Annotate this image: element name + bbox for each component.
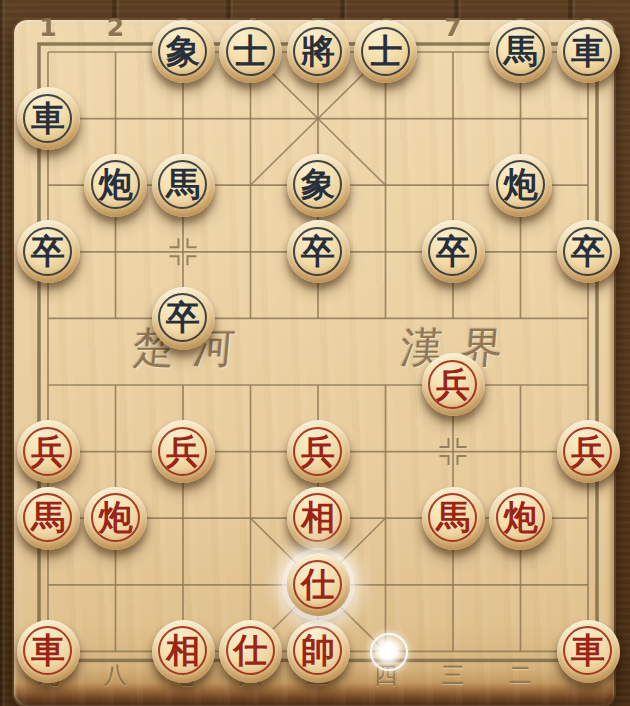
piece-red-soldier-r6c2[interactable]: 兵 xyxy=(152,420,215,483)
piece-glyph: 車 xyxy=(31,101,65,135)
piece-red-general-r9c4[interactable]: 帥 xyxy=(287,620,350,683)
piece-glyph: 相 xyxy=(166,633,200,667)
piece-red-elephant-r7c4[interactable]: 相 xyxy=(287,487,350,550)
piece-glyph: 馬 xyxy=(504,34,538,68)
piece-black-horse-r0c7[interactable]: 馬 xyxy=(489,20,552,83)
piece-red-advisor-r8c4[interactable]: 仕 xyxy=(287,553,350,616)
piece-glyph: 炮 xyxy=(504,167,538,201)
piece-glyph: 卒 xyxy=(166,300,200,334)
piece-glyph: 馬 xyxy=(436,500,470,534)
piece-red-soldier-r6c0[interactable]: 兵 xyxy=(17,420,80,483)
piece-glyph: 仕 xyxy=(301,567,335,601)
piece-glyph: 炮 xyxy=(99,167,133,201)
piece-red-soldier-r6c4[interactable]: 兵 xyxy=(287,420,350,483)
piece-glyph: 卒 xyxy=(436,234,470,268)
piece-red-cannon-r7c1[interactable]: 炮 xyxy=(84,487,147,550)
last-move-origin-marker xyxy=(366,629,410,673)
piece-glyph: 將 xyxy=(301,34,335,68)
piece-glyph: 馬 xyxy=(31,500,65,534)
piece-glyph: 車 xyxy=(31,633,65,667)
piece-glyph: 卒 xyxy=(571,234,605,268)
piece-glyph: 馬 xyxy=(166,167,200,201)
piece-glyph: 相 xyxy=(301,500,335,534)
piece-black-elephant-r2c4[interactable]: 象 xyxy=(287,154,350,217)
piece-glyph: 仕 xyxy=(234,633,268,667)
piece-black-chariot-r0c8[interactable]: 車 xyxy=(557,20,620,83)
piece-black-soldier-r4c2[interactable]: 卒 xyxy=(152,287,215,350)
piece-black-soldier-r3c8[interactable]: 卒 xyxy=(557,220,620,283)
piece-red-advisor-r9c3[interactable]: 仕 xyxy=(219,620,282,683)
piece-red-chariot-r9c8[interactable]: 車 xyxy=(557,620,620,683)
piece-black-general-r0c4[interactable]: 將 xyxy=(287,20,350,83)
piece-glyph: 象 xyxy=(166,34,200,68)
piece-black-soldier-r3c4[interactable]: 卒 xyxy=(287,220,350,283)
piece-glyph: 帥 xyxy=(301,633,335,667)
piece-glyph: 車 xyxy=(571,633,605,667)
piece-red-horse-r7c6[interactable]: 馬 xyxy=(422,487,485,550)
piece-glyph: 炮 xyxy=(504,500,538,534)
piece-glyph: 士 xyxy=(234,34,268,68)
piece-red-soldier-r6c8[interactable]: 兵 xyxy=(557,420,620,483)
piece-glyph: 卒 xyxy=(31,234,65,268)
piece-black-elephant-r0c2[interactable]: 象 xyxy=(152,20,215,83)
piece-glyph: 兵 xyxy=(166,434,200,468)
piece-black-horse-r2c2[interactable]: 馬 xyxy=(152,154,215,217)
piece-glyph: 炮 xyxy=(99,500,133,534)
piece-black-advisor-r0c3[interactable]: 士 xyxy=(219,20,282,83)
piece-glyph: 兵 xyxy=(301,434,335,468)
piece-red-soldier-r5c6[interactable]: 兵 xyxy=(422,353,485,416)
piece-glyph: 士 xyxy=(369,34,403,68)
piece-black-advisor-r0c5[interactable]: 士 xyxy=(354,20,417,83)
piece-red-elephant-r9c2[interactable]: 相 xyxy=(152,620,215,683)
piece-black-chariot-r1c0[interactable]: 車 xyxy=(17,87,80,150)
piece-glyph: 兵 xyxy=(436,367,470,401)
piece-glyph: 象 xyxy=(301,167,335,201)
xiangqi-app: 楚河 漢界 123456789 九八七六五四三二一 象士將士馬車車炮馬象炮卒卒卒… xyxy=(0,0,630,706)
piece-black-soldier-r3c0[interactable]: 卒 xyxy=(17,220,80,283)
piece-black-soldier-r3c6[interactable]: 卒 xyxy=(422,220,485,283)
piece-red-chariot-r9c0[interactable]: 車 xyxy=(17,620,80,683)
piece-glyph: 車 xyxy=(571,34,605,68)
piece-red-cannon-r7c7[interactable]: 炮 xyxy=(489,487,552,550)
pieces-layer: 象士將士馬車車炮馬象炮卒卒卒卒卒兵兵兵兵兵馬炮相馬炮仕車相仕帥車 xyxy=(14,19,622,685)
piece-glyph: 卒 xyxy=(301,234,335,268)
piece-red-horse-r7c0[interactable]: 馬 xyxy=(17,487,80,550)
piece-black-cannon-r2c1[interactable]: 炮 xyxy=(84,154,147,217)
piece-glyph: 兵 xyxy=(571,434,605,468)
piece-black-cannon-r2c7[interactable]: 炮 xyxy=(489,154,552,217)
piece-glyph: 兵 xyxy=(31,434,65,468)
